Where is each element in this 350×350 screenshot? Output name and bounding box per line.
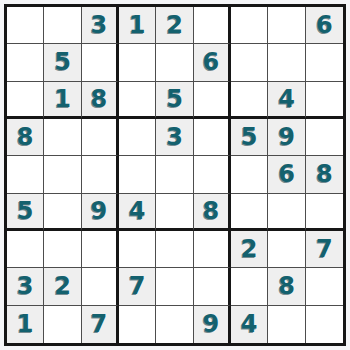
cell-r3c7[interactable]: [231, 82, 268, 119]
cell-r8c3[interactable]: [82, 268, 119, 305]
cell-r9c5[interactable]: [156, 306, 193, 343]
cell-r1c6[interactable]: [194, 7, 231, 44]
cell-r6c6[interactable]: 8: [194, 194, 231, 231]
cell-r3c9[interactable]: [306, 82, 343, 119]
cell-r5c4[interactable]: [119, 156, 156, 193]
cell-r4c7[interactable]: 5: [231, 119, 268, 156]
cell-r8c4[interactable]: 7: [119, 268, 156, 305]
cell-r7c6[interactable]: [194, 231, 231, 268]
cell-r5c6[interactable]: [194, 156, 231, 193]
cell-r2c7[interactable]: [231, 44, 268, 81]
cell-r2c1[interactable]: [7, 44, 44, 81]
sudoku-board: 312656185483596859482732781794: [4, 4, 346, 346]
cell-r5c1[interactable]: [7, 156, 44, 193]
cell-r7c2[interactable]: [44, 231, 81, 268]
cell-r7c4[interactable]: [119, 231, 156, 268]
cell-r2c2[interactable]: 5: [44, 44, 81, 81]
cell-r5c2[interactable]: [44, 156, 81, 193]
cell-r6c8[interactable]: [268, 194, 305, 231]
cell-r2c6[interactable]: 6: [194, 44, 231, 81]
cell-r2c9[interactable]: [306, 44, 343, 81]
cell-r8c9[interactable]: [306, 268, 343, 305]
cell-r4c1[interactable]: 8: [7, 119, 44, 156]
cell-r4c3[interactable]: [82, 119, 119, 156]
cell-r1c7[interactable]: [231, 7, 268, 44]
cell-r9c8[interactable]: [268, 306, 305, 343]
cell-r3c8[interactable]: 4: [268, 82, 305, 119]
cell-r9c6[interactable]: 9: [194, 306, 231, 343]
cell-r6c3[interactable]: 9: [82, 194, 119, 231]
cell-r5c7[interactable]: [231, 156, 268, 193]
cell-r9c7[interactable]: 4: [231, 306, 268, 343]
cell-r9c1[interactable]: 1: [7, 306, 44, 343]
cell-r3c2[interactable]: 1: [44, 82, 81, 119]
cell-r4c9[interactable]: [306, 119, 343, 156]
cell-r3c5[interactable]: 5: [156, 82, 193, 119]
cell-r8c1[interactable]: 3: [7, 268, 44, 305]
cell-r1c3[interactable]: 3: [82, 7, 119, 44]
cell-r6c5[interactable]: [156, 194, 193, 231]
cell-r7c8[interactable]: [268, 231, 305, 268]
cell-r4c6[interactable]: [194, 119, 231, 156]
cell-r9c2[interactable]: [44, 306, 81, 343]
cell-r2c4[interactable]: [119, 44, 156, 81]
cell-r6c2[interactable]: [44, 194, 81, 231]
cell-r9c4[interactable]: [119, 306, 156, 343]
cell-r5c8[interactable]: 6: [268, 156, 305, 193]
cell-r7c7[interactable]: 2: [231, 231, 268, 268]
cell-r7c1[interactable]: [7, 231, 44, 268]
cell-r6c1[interactable]: 5: [7, 194, 44, 231]
cell-r7c5[interactable]: [156, 231, 193, 268]
cell-r3c4[interactable]: [119, 82, 156, 119]
cell-r1c8[interactable]: [268, 7, 305, 44]
cell-r5c3[interactable]: [82, 156, 119, 193]
cell-r4c8[interactable]: 9: [268, 119, 305, 156]
cell-r4c5[interactable]: 3: [156, 119, 193, 156]
cell-r1c4[interactable]: 1: [119, 7, 156, 44]
cell-r3c6[interactable]: [194, 82, 231, 119]
cell-r2c5[interactable]: [156, 44, 193, 81]
cell-r6c9[interactable]: [306, 194, 343, 231]
cell-r1c5[interactable]: 2: [156, 7, 193, 44]
cell-r8c5[interactable]: [156, 268, 193, 305]
cell-r8c2[interactable]: 2: [44, 268, 81, 305]
cell-r9c3[interactable]: 7: [82, 306, 119, 343]
cell-r8c7[interactable]: [231, 268, 268, 305]
cell-r1c1[interactable]: [7, 7, 44, 44]
cell-r7c9[interactable]: 7: [306, 231, 343, 268]
cell-r2c3[interactable]: [82, 44, 119, 81]
sudoku-page: 312656185483596859482732781794: [0, 0, 350, 350]
cell-r3c1[interactable]: [7, 82, 44, 119]
cell-r8c8[interactable]: 8: [268, 268, 305, 305]
cell-r3c3[interactable]: 8: [82, 82, 119, 119]
cell-r8c6[interactable]: [194, 268, 231, 305]
cell-r6c7[interactable]: [231, 194, 268, 231]
cell-r1c2[interactable]: [44, 7, 81, 44]
cell-r4c4[interactable]: [119, 119, 156, 156]
cell-r9c9[interactable]: [306, 306, 343, 343]
cell-r5c9[interactable]: 8: [306, 156, 343, 193]
cell-r5c5[interactable]: [156, 156, 193, 193]
cell-r4c2[interactable]: [44, 119, 81, 156]
cell-r1c9[interactable]: 6: [306, 7, 343, 44]
cell-r7c3[interactable]: [82, 231, 119, 268]
cell-r2c8[interactable]: [268, 44, 305, 81]
cell-r6c4[interactable]: 4: [119, 194, 156, 231]
